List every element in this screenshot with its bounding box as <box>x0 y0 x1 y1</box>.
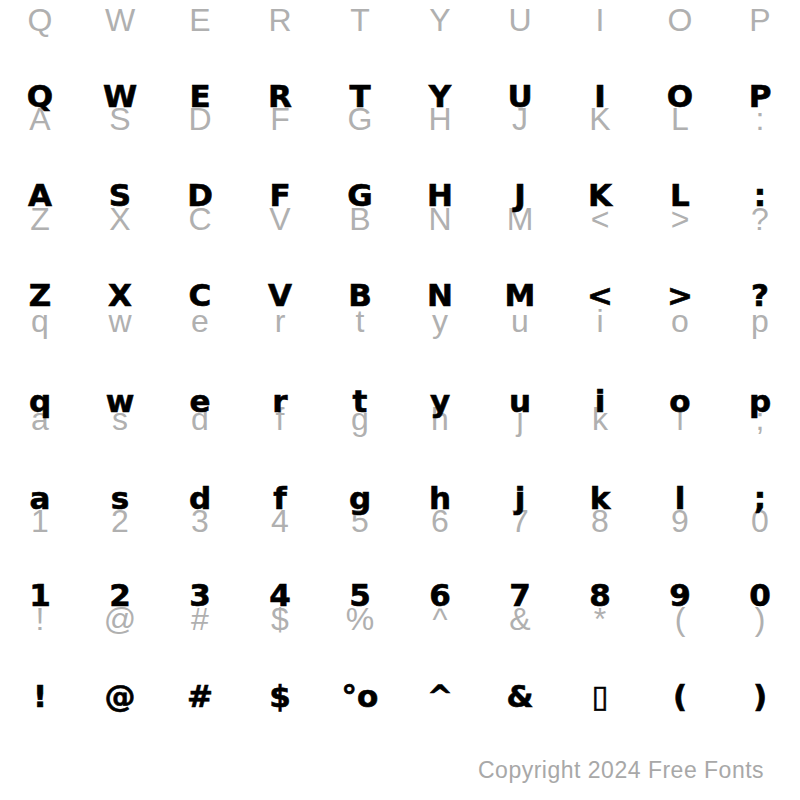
display-char-cell: d <box>160 478 240 518</box>
reference-char-cell: R <box>240 0 320 40</box>
display-char-cell: ; <box>720 478 800 518</box>
display-char-cell: 2 <box>80 575 160 615</box>
display-char-cell: N <box>400 275 480 315</box>
display-char-cell: °o <box>320 676 400 716</box>
display-char-cell: e <box>160 381 240 421</box>
display-char-cell: & <box>480 676 560 716</box>
display-char-cell: a <box>0 478 80 518</box>
display-char-cell: 7 <box>480 575 560 615</box>
reference-char-cell: P <box>720 0 800 40</box>
reference-char-cell: E <box>160 0 240 40</box>
display-font-row: !@#$°o^&▯() <box>0 676 800 716</box>
display-char-cell: ) <box>720 676 800 716</box>
display-char-cell: L <box>640 175 720 215</box>
display-char-cell: $ <box>240 676 320 716</box>
display-char-cell: C <box>160 275 240 315</box>
display-char-cell: o <box>640 381 720 421</box>
display-char-cell: 8 <box>560 575 640 615</box>
display-char-cell: F <box>240 175 320 215</box>
display-font-row: 1234567890 <box>0 575 800 615</box>
reference-char-cell: Y <box>400 0 480 40</box>
display-char-cell: 1 <box>0 575 80 615</box>
display-font-row: asdfghjkl; <box>0 478 800 518</box>
display-char-cell: g <box>320 478 400 518</box>
display-char-cell: Q <box>0 76 80 116</box>
display-char-cell: 0 <box>720 575 800 615</box>
display-char-cell: j <box>480 478 560 518</box>
display-font-row: ZXCVBNM<>? <box>0 275 800 315</box>
display-char-cell: > <box>640 275 720 315</box>
display-font-row: ASDFGHJKL: <box>0 175 800 215</box>
display-char-cell: ^ <box>400 676 480 716</box>
display-char-cell: < <box>560 275 640 315</box>
display-char-cell: H <box>400 175 480 215</box>
display-char-cell: U <box>480 76 560 116</box>
display-font-row: QWERTYUIOP <box>0 76 800 116</box>
display-char-cell: r <box>240 381 320 421</box>
reference-char-cell: O <box>640 0 720 40</box>
display-char-cell: ? <box>720 275 800 315</box>
display-char-cell: i <box>560 381 640 421</box>
display-char-cell: ( <box>640 676 720 716</box>
reference-char-cell: W <box>80 0 160 40</box>
display-char-cell: @ <box>80 676 160 716</box>
copyright-text: Copyright 2024 Free Fonts <box>478 757 764 784</box>
display-char-cell: Z <box>0 275 80 315</box>
display-char-cell: 3 <box>160 575 240 615</box>
font-character-map: QWERTYUIOPQWERTYUIOPASDFGHJKL:ASDFGHJKL:… <box>0 0 800 800</box>
display-char-cell: # <box>160 676 240 716</box>
display-char-cell: h <box>400 478 480 518</box>
display-char-cell: Y <box>400 76 480 116</box>
display-char-cell: J <box>480 175 560 215</box>
reference-row: QWERTYUIOP <box>0 0 800 40</box>
display-char-cell: E <box>160 76 240 116</box>
display-char-cell: S <box>80 175 160 215</box>
reference-char-cell: U <box>480 0 560 40</box>
display-char-cell: W <box>80 76 160 116</box>
display-char-cell: A <box>0 175 80 215</box>
display-char-cell: O <box>640 76 720 116</box>
reference-char-cell: Q <box>0 0 80 40</box>
display-char-cell: X <box>80 275 160 315</box>
display-char-cell: R <box>240 76 320 116</box>
display-char-cell: u <box>480 381 560 421</box>
display-char-cell: B <box>320 275 400 315</box>
display-char-cell: t <box>320 381 400 421</box>
display-char-cell: P <box>720 76 800 116</box>
display-char-cell: p <box>720 381 800 421</box>
display-char-cell: w <box>80 381 160 421</box>
display-char-cell: f <box>240 478 320 518</box>
reference-char-cell: I <box>560 0 640 40</box>
display-char-cell: 4 <box>240 575 320 615</box>
display-char-cell: l <box>640 478 720 518</box>
display-char-cell: s <box>80 478 160 518</box>
display-char-cell: V <box>240 275 320 315</box>
display-char-cell: ! <box>0 676 80 716</box>
display-char-cell: I <box>560 76 640 116</box>
reference-char-cell: T <box>320 0 400 40</box>
display-char-cell: y <box>400 381 480 421</box>
display-char-cell: 9 <box>640 575 720 615</box>
display-char-cell: ▯ <box>560 676 640 716</box>
display-char-cell: : <box>720 175 800 215</box>
display-char-cell: T <box>320 76 400 116</box>
display-char-cell: 6 <box>400 575 480 615</box>
display-font-row: qwertyuiop <box>0 381 800 421</box>
display-char-cell: M <box>480 275 560 315</box>
display-char-cell: D <box>160 175 240 215</box>
display-char-cell: G <box>320 175 400 215</box>
display-char-cell: k <box>560 478 640 518</box>
display-char-cell: K <box>560 175 640 215</box>
display-char-cell: 5 <box>320 575 400 615</box>
display-char-cell: q <box>0 381 80 421</box>
